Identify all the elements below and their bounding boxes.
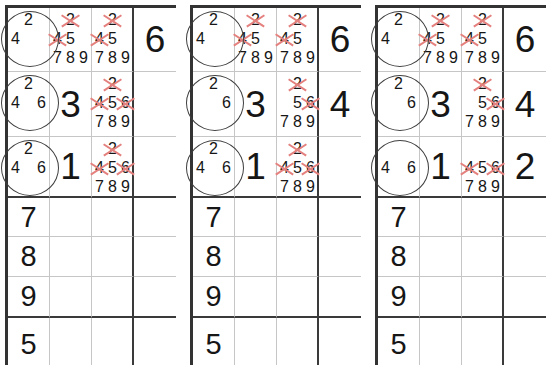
candidate-crossed-2: 2: [291, 74, 304, 93]
pencil-marks: 26: [379, 74, 418, 131]
candidate-4: 4: [379, 29, 392, 48]
candidate-crossed-4: 4: [236, 29, 249, 48]
panel-1-cell-r6c3[interactable]: [92, 277, 134, 318]
panel-2-cell-r2c3[interactable]: 256789: [277, 72, 319, 137]
pencil-marks: 245789: [93, 10, 132, 67]
candidate-5: 5: [291, 93, 304, 112]
given-digit: 5: [20, 330, 36, 359]
panel-2-cell-r7c1[interactable]: 5: [193, 318, 235, 365]
candidate-9: 9: [489, 48, 502, 67]
panel-2-cell-r6c1[interactable]: 9: [193, 277, 235, 318]
panel-1-cell-r1c3[interactable]: 245789: [92, 8, 134, 72]
panel-1-cell-r3c3[interactable]: 2456789: [92, 137, 134, 198]
panel-3-cell-r2c4[interactable]: 4: [504, 72, 546, 137]
candidate-4: 4: [379, 158, 392, 177]
panel-2-cell-r7c4[interactable]: [319, 318, 361, 365]
candidate-8: 8: [106, 48, 119, 67]
panel-1-cell-r2c4[interactable]: [134, 72, 176, 137]
panel-3-cell-r7c3[interactable]: [462, 318, 504, 365]
candidate-7: 7: [236, 48, 249, 67]
candidate-2: 2: [207, 10, 220, 29]
panel-2-cell-r3c2[interactable]: 1: [235, 137, 277, 198]
given-digit: 3: [60, 86, 81, 123]
given-digit: 4: [330, 86, 351, 123]
panel-2-cell-r5c4[interactable]: [319, 237, 361, 277]
candidate-8: 8: [476, 177, 489, 196]
panel-2-cell-r1c1[interactable]: 24: [193, 8, 235, 72]
candidate-5: 5: [106, 158, 119, 177]
given-digit: 1: [430, 148, 451, 185]
candidate-5: 5: [106, 29, 119, 48]
given-digit: 7: [390, 203, 406, 232]
given-digit: 3: [245, 86, 266, 123]
candidate-9: 9: [489, 177, 502, 196]
panel-1: 2424578924578962463245678924612456789789…: [5, 5, 176, 365]
candidate-8: 8: [64, 48, 77, 67]
panel-3-cell-r2c1[interactable]: 26: [378, 72, 420, 137]
candidate-crossed-2: 2: [476, 74, 489, 93]
candidate-2: 2: [392, 10, 405, 29]
panel-1-cell-r3c4[interactable]: [134, 137, 176, 198]
candidate-crossed-2: 2: [106, 139, 119, 158]
candidate-5: 5: [106, 93, 119, 112]
panel-3-cell-r6c4[interactable]: [504, 277, 546, 318]
panel-2-cell-r2c1[interactable]: 26: [193, 72, 235, 137]
given-digit: 6: [330, 21, 351, 58]
candidate-5: 5: [476, 158, 489, 177]
panel-3-cell-r7c1[interactable]: 5: [378, 318, 420, 365]
candidate-2: 2: [392, 74, 405, 93]
panel-3-cell-r6c2[interactable]: [420, 277, 462, 318]
candidate-9: 9: [119, 177, 132, 196]
candidate-8: 8: [249, 48, 262, 67]
candidate-9: 9: [262, 48, 275, 67]
candidate-5: 5: [476, 29, 489, 48]
candidate-crossed-2: 2: [249, 10, 262, 29]
candidate-8: 8: [434, 48, 447, 67]
pencil-marks: 2456789: [93, 139, 132, 196]
candidate-4: 4: [9, 158, 22, 177]
candidate-8: 8: [291, 177, 304, 196]
candidate-7: 7: [463, 177, 476, 196]
panel-2-cell-r5c1[interactable]: 8: [193, 237, 235, 277]
panel-2-cell-r2c4[interactable]: 4: [319, 72, 361, 137]
panel-2-cell-r3c3[interactable]: 2456789: [277, 137, 319, 198]
candidate-crossed-2: 2: [106, 74, 119, 93]
panel-1-cell-r1c2[interactable]: 245789: [50, 8, 92, 72]
panel-1-cell-r4c4[interactable]: [134, 198, 176, 237]
candidate-9: 9: [489, 112, 502, 131]
sudoku-panels: 2424578924578962463245678924612456789789…: [5, 5, 546, 365]
pencil-marks: 246: [9, 74, 48, 131]
pencil-marks: 24: [194, 10, 233, 67]
panel-3-cell-r2c3[interactable]: 256789: [462, 72, 504, 137]
candidate-7: 7: [278, 112, 291, 131]
panel-1-cell-r4c3[interactable]: [92, 198, 134, 237]
candidate-crossed-2: 2: [434, 10, 447, 29]
candidate-9: 9: [304, 48, 317, 67]
panel-3-cell-r3c1[interactable]: 46: [378, 137, 420, 198]
candidate-6: 6: [35, 158, 48, 177]
candidate-crossed-4: 4: [463, 29, 476, 48]
panel-3-cell-r5c4[interactable]: [504, 237, 546, 277]
candidate-7: 7: [421, 48, 434, 67]
panel-3-cell-r3c4[interactable]: 2: [504, 137, 546, 198]
panel-1-cell-r6c4[interactable]: [134, 277, 176, 318]
pencil-marks: 245789: [236, 10, 275, 67]
panel-1-cell-r7c4[interactable]: [134, 318, 176, 365]
panel-1-cell-r5c3[interactable]: [92, 237, 134, 277]
panel-3: 242457892457896263256789446145678927895: [375, 5, 546, 365]
candidate-7: 7: [278, 48, 291, 67]
given-digit: 5: [205, 330, 221, 359]
given-digit: 9: [390, 282, 406, 311]
candidate-crossed-6: 6: [119, 93, 132, 112]
candidate-5: 5: [291, 158, 304, 177]
candidate-crossed-4: 4: [93, 158, 106, 177]
panel-2-cell-r1c2[interactable]: 245789: [235, 8, 277, 72]
candidate-9: 9: [77, 48, 90, 67]
panel-1-cell-r1c4[interactable]: 6: [134, 8, 176, 72]
panel-2-cell-r5c3[interactable]: [277, 237, 319, 277]
candidate-8: 8: [476, 112, 489, 131]
candidate-7: 7: [51, 48, 64, 67]
panel-2-cell-r1c4[interactable]: 6: [319, 8, 361, 72]
candidate-8: 8: [291, 112, 304, 131]
candidate-4: 4: [194, 29, 207, 48]
panel-2-cell-r7c3[interactable]: [277, 318, 319, 365]
candidate-6: 6: [405, 158, 418, 177]
panel-2-cell-r4c1[interactable]: 7: [193, 198, 235, 237]
panel-3-cell-r1c3[interactable]: 245789: [462, 8, 504, 72]
candidate-8: 8: [106, 177, 119, 196]
candidate-7: 7: [93, 177, 106, 196]
candidate-5: 5: [476, 93, 489, 112]
candidate-crossed-4: 4: [278, 29, 291, 48]
pencil-marks: 2456789: [93, 74, 132, 131]
panel-3-cell-r4c3[interactable]: [462, 198, 504, 237]
panel-2-cell-r6c3[interactable]: [277, 277, 319, 318]
candidate-6: 6: [405, 93, 418, 112]
candidate-6: 6: [220, 158, 233, 177]
pencil-marks: 245789: [463, 10, 502, 67]
candidate-5: 5: [291, 29, 304, 48]
candidate-crossed-2: 2: [64, 10, 77, 29]
pencil-marks: 46: [379, 139, 418, 196]
pencil-marks: 246: [9, 139, 48, 196]
candidate-4: 4: [9, 93, 22, 112]
candidate-7: 7: [463, 112, 476, 131]
candidate-crossed-4: 4: [93, 93, 106, 112]
candidate-crossed-2: 2: [291, 139, 304, 158]
candidate-5: 5: [434, 29, 447, 48]
panel-1-cell-r2c2[interactable]: 3: [50, 72, 92, 137]
candidate-7: 7: [93, 48, 106, 67]
given-digit: 9: [20, 282, 36, 311]
panel-2-cell-r4c4[interactable]: [319, 198, 361, 237]
candidate-4: 4: [9, 29, 22, 48]
panel-1-cell-r3c1[interactable]: 246: [8, 137, 50, 198]
candidate-crossed-6: 6: [489, 93, 502, 112]
given-digit: 8: [205, 242, 221, 271]
pencil-marks: 245789: [421, 10, 460, 67]
given-digit: 8: [20, 242, 36, 271]
panel-3-cell-r5c3[interactable]: [462, 237, 504, 277]
candidate-6: 6: [35, 93, 48, 112]
given-digit: 7: [20, 203, 36, 232]
candidate-7: 7: [278, 177, 291, 196]
panel-3-cell-r7c2[interactable]: [420, 318, 462, 365]
panel-1-cell-r6c1[interactable]: 9: [8, 277, 50, 318]
panel-1-cell-r6c2[interactable]: [50, 277, 92, 318]
panel-2-cell-r7c2[interactable]: [235, 318, 277, 365]
panel-1-cell-r5c1[interactable]: 8: [8, 237, 50, 277]
pencil-marks: 256789: [463, 74, 502, 131]
panel-1-cell-r5c4[interactable]: [134, 237, 176, 277]
panel-2-cell-r4c3[interactable]: [277, 198, 319, 237]
candidate-2: 2: [207, 74, 220, 93]
pencil-marks: 2456789: [278, 139, 317, 196]
candidate-5: 5: [64, 29, 77, 48]
candidate-2: 2: [22, 74, 35, 93]
candidate-8: 8: [476, 48, 489, 67]
given-digit: 5: [390, 330, 406, 359]
pencil-marks: 245789: [51, 10, 90, 67]
given-digit: 6: [515, 21, 536, 58]
given-digit: 3: [430, 86, 451, 123]
candidate-8: 8: [291, 48, 304, 67]
panel-2-cell-r5c2[interactable]: [235, 237, 277, 277]
candidate-4: 4: [194, 158, 207, 177]
panel-2-cell-r4c2[interactable]: [235, 198, 277, 237]
candidate-2: 2: [22, 139, 35, 158]
candidate-2: 2: [22, 10, 35, 29]
candidate-crossed-6: 6: [119, 158, 132, 177]
pencil-marks: 246: [194, 139, 233, 196]
panel-3-cell-r1c1[interactable]: 24: [378, 8, 420, 72]
candidate-7: 7: [93, 112, 106, 131]
panel-3-cell-r5c2[interactable]: [420, 237, 462, 277]
panel-1-cell-r7c2[interactable]: [50, 318, 92, 365]
panel-1-cell-r4c1[interactable]: 7: [8, 198, 50, 237]
panel-3-cell-r2c2[interactable]: 3: [420, 72, 462, 137]
given-digit: 7: [205, 203, 221, 232]
given-digit: 1: [245, 148, 266, 185]
given-digit: 4: [515, 86, 536, 123]
given-digit: 2: [515, 148, 536, 185]
candidate-crossed-4: 4: [93, 29, 106, 48]
panel-2: 2424578924578962632567894246124567897895: [190, 5, 361, 365]
pencil-marks: 24: [379, 10, 418, 67]
candidate-6: 6: [220, 93, 233, 112]
panel-1-cell-r5c2[interactable]: [50, 237, 92, 277]
given-digit: 1: [60, 148, 81, 185]
candidate-2: 2: [207, 139, 220, 158]
candidate-9: 9: [447, 48, 460, 67]
candidate-9: 9: [119, 112, 132, 131]
panel-3-cell-r4c4[interactable]: [504, 198, 546, 237]
panel-2-cell-r2c2[interactable]: 3: [235, 72, 277, 137]
panel-2-cell-r1c3[interactable]: 245789: [277, 8, 319, 72]
candidate-5: 5: [249, 29, 262, 48]
panel-3-cell-r4c1[interactable]: 7: [378, 198, 420, 237]
given-digit: 8: [390, 242, 406, 271]
candidate-crossed-6: 6: [489, 158, 502, 177]
panel-1-cell-r1c1[interactable]: 24: [8, 8, 50, 72]
candidate-crossed-4: 4: [278, 158, 291, 177]
panel-3-cell-r4c2[interactable]: [420, 198, 462, 237]
panel-1-cell-r2c3[interactable]: 2456789: [92, 72, 134, 137]
candidate-crossed-4: 4: [421, 29, 434, 48]
given-digit: 9: [205, 282, 221, 311]
panel-3-cell-r7c4[interactable]: [504, 318, 546, 365]
panel-2-cell-r3c4[interactable]: [319, 137, 361, 198]
panel-1-cell-r3c2[interactable]: 1: [50, 137, 92, 198]
panel-2-cell-r6c2[interactable]: [235, 277, 277, 318]
candidate-7: 7: [463, 48, 476, 67]
panel-1-cell-r4c2[interactable]: [50, 198, 92, 237]
panel-3-cell-r1c2[interactable]: 245789: [420, 8, 462, 72]
pencil-marks: 245789: [278, 10, 317, 67]
panel-3-cell-r3c2[interactable]: 1: [420, 137, 462, 198]
candidate-crossed-6: 6: [304, 93, 317, 112]
pencil-marks: 256789: [278, 74, 317, 131]
pencil-marks: 24: [9, 10, 48, 67]
candidate-crossed-4: 4: [463, 158, 476, 177]
candidate-crossed-6: 6: [304, 158, 317, 177]
panel-1-cell-r7c1[interactable]: 5: [8, 318, 50, 365]
candidate-crossed-2: 2: [476, 10, 489, 29]
candidate-9: 9: [119, 48, 132, 67]
panel-3-cell-r3c3[interactable]: 456789: [462, 137, 504, 198]
panel-3-cell-r1c4[interactable]: 6: [504, 8, 546, 72]
candidate-9: 9: [304, 177, 317, 196]
candidate-8: 8: [106, 112, 119, 131]
panel-3-cell-r6c3[interactable]: [462, 277, 504, 318]
candidate-crossed-2: 2: [106, 10, 119, 29]
candidate-crossed-4: 4: [51, 29, 64, 48]
panel-2-cell-r6c4[interactable]: [319, 277, 361, 318]
panel-3-cell-r6c1[interactable]: 9: [378, 277, 420, 318]
candidate-9: 9: [304, 112, 317, 131]
panel-2-cell-r3c1[interactable]: 246: [193, 137, 235, 198]
panel-1-cell-r2c1[interactable]: 246: [8, 72, 50, 137]
given-digit: 6: [145, 21, 166, 58]
panel-3-cell-r5c1[interactable]: 8: [378, 237, 420, 277]
pencil-marks: 456789: [463, 139, 502, 196]
pencil-marks: 26: [194, 74, 233, 131]
panel-1-cell-r7c3[interactable]: [92, 318, 134, 365]
candidate-crossed-2: 2: [291, 10, 304, 29]
